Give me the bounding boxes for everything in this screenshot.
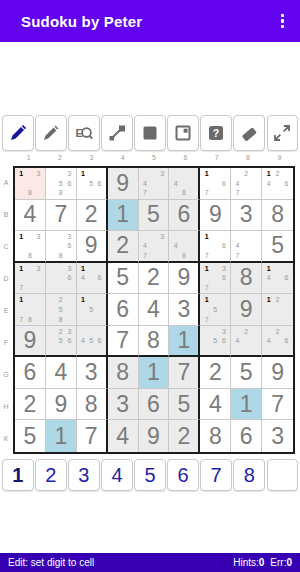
mode-text: Edit: set digit to cell (8, 557, 94, 568)
cell-C9[interactable]: 5 (262, 231, 293, 263)
pencil-marks: 167 (202, 232, 228, 260)
connected-squares-icon (107, 123, 127, 143)
pencil-mark: 7 (233, 250, 242, 259)
cell-H7[interactable]: 4 (200, 389, 231, 421)
cell-K2[interactable]: 1 (46, 420, 77, 452)
cell-value: 2 (169, 420, 198, 452)
pencil-marks: 3568 (48, 169, 74, 198)
cell-value: 8 (231, 263, 261, 294)
pencil-mark: 8 (26, 250, 35, 259)
cell-value: 8 (77, 389, 106, 420)
pencil-marks: 1367 (202, 264, 228, 293)
cell-value: 8 (139, 326, 169, 356)
app-title: Sudoku by Peter (21, 13, 275, 30)
pencil-mark: 3 (220, 264, 229, 274)
pencil-mark: 3 (158, 232, 167, 241)
cell-F2[interactable]: 2356 (46, 326, 77, 358)
cell-value: 2 (15, 389, 45, 420)
pencil-mark: 6 (282, 273, 291, 283)
col-label-6: 6 (170, 152, 201, 164)
pencil-mark: 7 (202, 283, 211, 293)
pencil-mark: 3 (34, 169, 43, 179)
pencil-marks: 246 (264, 327, 291, 355)
cell-value: 7 (262, 389, 293, 420)
cell-A4[interactable]: 9 (108, 168, 139, 200)
pencil-marks: 247 (233, 169, 259, 198)
cell-C2[interactable]: 368 (46, 231, 77, 263)
pencil-mark: 4 (233, 336, 242, 345)
pencil-mark: 5 (87, 179, 95, 189)
pencil-mark: 8 (26, 188, 35, 198)
cell-A7[interactable]: 167 (200, 168, 231, 200)
cell-B2[interactable]: 7 (46, 200, 77, 232)
pencil-mark: 1 (202, 295, 211, 305)
pencil-mark: 7 (17, 314, 26, 324)
status-bar: Edit: set digit to cell Hints:0 Err:0 (0, 553, 300, 572)
cell-F4[interactable]: 7 (108, 326, 139, 358)
cell-F6[interactable]: 1 (169, 326, 200, 358)
cell-F7[interactable]: 356 (200, 326, 231, 358)
cell-H5[interactable]: 6 (139, 389, 170, 421)
cell-B5[interactable]: 5 (139, 200, 170, 232)
col-label-9: 9 (264, 152, 295, 164)
sudoku-board: 1383568156934748167247124647215693813836… (13, 166, 295, 454)
cell-value: 7 (108, 326, 138, 356)
query-magnifier-icon: E (74, 123, 94, 143)
pencil-mark: 5 (87, 305, 95, 315)
pencil-mark: 8 (57, 314, 66, 324)
col-label-2: 2 (44, 152, 75, 164)
cell-value: 5 (108, 263, 138, 294)
cell-D2[interactable]: 36 (46, 263, 77, 295)
cell-D1[interactable]: 137 (15, 263, 46, 295)
cell-G7[interactable]: 2 (200, 357, 231, 389)
cell-A9[interactable]: 1246 (262, 168, 293, 200)
cell-value: 8 (200, 420, 230, 452)
cell-E3[interactable]: 15 (77, 294, 108, 326)
pencil-mark: 6 (95, 273, 103, 283)
cell-value: 8 (262, 200, 293, 231)
cell-value: 9 (200, 200, 230, 231)
digit-button-5[interactable]: 5 (134, 459, 166, 491)
cell-value: 1 (108, 200, 138, 231)
digit-button-3[interactable]: 3 (68, 459, 100, 491)
row-label-E: E (4, 307, 9, 314)
pencil-mark: 7 (141, 250, 150, 259)
pencil-mark: 6 (65, 179, 74, 189)
pencil-marks: 48 (171, 232, 196, 260)
row-label-G: G (3, 371, 8, 378)
cell-C3[interactable]: 9 (77, 231, 108, 263)
pencil-marks: 368 (48, 232, 74, 260)
cell-G8[interactable]: 5 (231, 357, 262, 389)
pencil-marks: 258 (48, 295, 74, 324)
pencil-mark: 5 (211, 305, 220, 315)
pencil-mark: 3 (65, 327, 74, 336)
row-label-B: B (4, 211, 9, 218)
cell-F3[interactable]: 456 (77, 326, 108, 358)
kebab-menu-icon[interactable] (275, 10, 290, 33)
pencil-marks: 456 (79, 327, 104, 355)
cell-value: 1 (46, 420, 76, 452)
digit-button-4[interactable]: 4 (101, 459, 133, 491)
pencil-mark: 5 (211, 336, 220, 345)
cell-E1[interactable]: 178 (15, 294, 46, 326)
pencil-mark: 8 (26, 314, 35, 324)
cell-value: 1 (169, 326, 198, 356)
digit-button-row: 12345678 (2, 459, 298, 491)
pencil-mark: 6 (220, 241, 229, 250)
cell-F9[interactable]: 246 (262, 326, 293, 358)
pencil-mark: 1 (17, 295, 26, 305)
color-tool-button[interactable] (134, 115, 166, 151)
app-bar: Sudoku by Peter (0, 0, 300, 42)
col-label-1: 1 (13, 152, 44, 164)
cell-value: 3 (231, 200, 261, 231)
cell-value: 9 (139, 420, 169, 452)
col-label-3: 3 (76, 152, 107, 164)
cell-value: 6 (231, 420, 261, 452)
cell-value: 5 (262, 231, 293, 261)
cell-value: 5 (231, 357, 261, 388)
pencil-marks: 36 (48, 264, 74, 293)
digit-button-6[interactable]: 6 (167, 459, 199, 491)
cell-D3[interactable]: 146 (77, 263, 108, 295)
cell-D8[interactable]: 8 (231, 263, 262, 295)
cell-F5[interactable]: 8 (139, 326, 170, 358)
pencil-mark: 4 (171, 241, 179, 250)
square-corner-icon (173, 123, 193, 143)
pencil-mark: 4 (141, 241, 150, 250)
cell-value: 4 (139, 294, 169, 325)
row-labels: ABCDEFGHK (0, 166, 12, 454)
cell-F8[interactable]: 24 (231, 326, 262, 358)
cell-G4[interactable]: 8 (108, 357, 139, 389)
pencil-mark: 3 (34, 232, 43, 241)
cell-value: 4 (108, 420, 138, 452)
pencil-marks: 347 (141, 169, 167, 198)
cell-E7[interactable]: 157 (200, 294, 231, 326)
pencil-mark: 3 (65, 169, 74, 179)
pen-icon (8, 123, 28, 143)
cell-G2[interactable]: 4 (46, 357, 77, 389)
row-label-F: F (4, 339, 8, 346)
digit-button-blank[interactable] (267, 459, 299, 491)
cell-value: 2 (139, 263, 169, 294)
cell-A6[interactable]: 48 (169, 168, 200, 200)
pencil-marks: 146 (79, 264, 104, 293)
pencil-mark: 4 (233, 241, 242, 250)
cell-value: 7 (46, 200, 76, 231)
cell-H3[interactable]: 8 (77, 389, 108, 421)
pencil-marks: 48 (171, 169, 196, 198)
pencil-mark: 6 (220, 336, 229, 345)
cell-G6[interactable]: 7 (169, 357, 200, 389)
cell-value: 9 (262, 357, 293, 388)
eraser-tool-button[interactable] (233, 115, 265, 151)
cell-B1[interactable]: 4 (15, 200, 46, 232)
cell-A8[interactable]: 247 (231, 168, 262, 200)
cell-value: 1 (231, 389, 261, 420)
cell-C6[interactable]: 48 (169, 231, 200, 263)
pencil-mark: 8 (180, 250, 188, 259)
pencil-mark: 7 (141, 188, 150, 198)
hints-value: 0 (259, 557, 265, 568)
pencil-marks: 138 (17, 232, 43, 260)
pencil-mark: 6 (95, 179, 103, 189)
pencil-mark: 5 (57, 336, 66, 345)
pencil-mark: 5 (57, 305, 66, 315)
cell-value: 4 (46, 357, 76, 388)
cell-K9[interactable]: 3 (262, 420, 293, 452)
eraser-icon (239, 123, 259, 143)
col-label-5: 5 (138, 152, 169, 164)
cell-value: 4 (15, 200, 45, 231)
cell-C1[interactable]: 138 (15, 231, 46, 263)
cell-value: 9 (108, 168, 138, 199)
row-label-H: H (3, 403, 8, 410)
pencil-mark: 6 (220, 273, 229, 283)
pencil-marks: 146 (264, 264, 291, 293)
cell-E2[interactable]: 258 (46, 294, 77, 326)
pencil-mark: 3 (220, 327, 229, 336)
cell-G5[interactable]: 1 (139, 357, 170, 389)
cell-value: 6 (15, 357, 45, 388)
cell-B4[interactable]: 1 (108, 200, 139, 232)
cell-G3[interactable]: 3 (77, 357, 108, 389)
pencil-mark: 6 (282, 336, 291, 345)
cell-K5[interactable]: 9 (139, 420, 170, 452)
pencil-mark: 1 (79, 295, 87, 305)
err-value: 0 (286, 557, 292, 568)
row-label-A: A (4, 179, 9, 186)
pencil-mark: 2 (57, 295, 66, 305)
cell-E5[interactable]: 4 (139, 294, 170, 326)
cell-A3[interactable]: 156 (77, 168, 108, 200)
pencil-mark: 7 (233, 188, 242, 198)
pencil-marks: 356 (202, 327, 228, 355)
pencil-tool-button[interactable] (35, 115, 67, 151)
cell-value: 6 (139, 389, 169, 420)
cell-H1[interactable]: 2 (15, 389, 46, 421)
cell-K4[interactable]: 4 (108, 420, 139, 452)
pencil-mark: 1 (264, 295, 273, 305)
svg-text:?: ? (213, 127, 219, 139)
pencil-mark: 6 (220, 179, 229, 189)
pen-tool-button[interactable] (2, 115, 34, 151)
pencil-mark: 1 (17, 232, 26, 241)
pencil-marks: 157 (202, 295, 228, 324)
digit-button-8[interactable]: 8 (233, 459, 265, 491)
pencil-marks: 24 (233, 327, 259, 355)
pencil-mark: 5 (87, 336, 95, 345)
help-icon: ? (206, 123, 226, 143)
cell-H2[interactable]: 9 (46, 389, 77, 421)
pencil-marks: 47 (233, 232, 259, 260)
cell-K1[interactable]: 5 (15, 420, 46, 452)
cell-value: 9 (77, 231, 106, 261)
pencil-mark: 6 (65, 336, 74, 345)
cell-value: 7 (169, 357, 198, 388)
toolbar: E ? (2, 115, 298, 151)
cell-value: 7 (77, 420, 106, 452)
pencil-mark: 1 (17, 264, 26, 274)
cell-value: 9 (15, 326, 45, 356)
cell-K7[interactable]: 8 (200, 420, 231, 452)
cell-B6[interactable]: 6 (169, 200, 200, 232)
pencil-mark: 8 (57, 188, 66, 198)
query-tool-button[interactable]: E (68, 115, 100, 151)
pencil-mark: 4 (141, 179, 150, 189)
pencil-marks: 12 (264, 295, 291, 324)
cell-value: 6 (169, 200, 198, 231)
cell-value: 9 (46, 389, 76, 420)
cell-value: 5 (15, 420, 45, 452)
cell-H9[interactable]: 7 (262, 389, 293, 421)
cell-H6[interactable]: 5 (169, 389, 200, 421)
cell-value: 1 (139, 357, 169, 388)
pencil-mark: 5 (57, 179, 66, 189)
cell-F1[interactable]: 9 (15, 326, 46, 358)
pencil-mark: 1 (264, 169, 273, 179)
pencil-mark: 8 (180, 188, 188, 198)
expand-icon (272, 123, 292, 143)
cell-D7[interactable]: 1367 (200, 263, 231, 295)
cell-H4[interactable]: 3 (108, 389, 139, 421)
pencil-mark: 1 (202, 169, 211, 179)
pencil-mark: 2 (242, 169, 251, 179)
hints-label: Hints: (233, 557, 259, 568)
cell-A5[interactable]: 347 (139, 168, 170, 200)
digit-button-1[interactable]: 1 (2, 459, 34, 491)
pencil-mark: 1 (264, 264, 273, 274)
pencil-mark: 2 (273, 295, 282, 305)
pencil-mark: 3 (65, 232, 74, 241)
pencil-mark: 1 (202, 232, 211, 241)
pencil-mark: 2 (57, 327, 66, 336)
cell-C5[interactable]: 347 (139, 231, 170, 263)
col-label-4: 4 (107, 152, 138, 164)
pencil-marks: 15 (79, 295, 104, 324)
pencil-mark: 7 (202, 250, 211, 259)
row-label-D: D (3, 275, 8, 282)
pencil-mark: 3 (34, 264, 43, 274)
digit-button-7[interactable]: 7 (200, 459, 232, 491)
pencil-marks: 2356 (48, 327, 74, 355)
cell-C8[interactable]: 47 (231, 231, 262, 263)
pencil-mark: 4 (264, 179, 273, 189)
filled-square-icon (140, 123, 160, 143)
pencil-mark: 1 (79, 264, 87, 274)
col-label-8: 8 (232, 152, 263, 164)
app-screen: Sudoku by Peter E (0, 0, 300, 572)
pencil-mark: 1 (202, 264, 211, 274)
cell-value: 6 (108, 294, 138, 325)
cell-C4[interactable]: 2 (108, 231, 139, 263)
pencil-mark: 3 (65, 264, 74, 274)
cell-B7[interactable]: 9 (200, 200, 231, 232)
pencil-marks: 347 (141, 232, 167, 260)
pencil-mark: 4 (264, 273, 273, 283)
digit-button-2[interactable]: 2 (35, 459, 67, 491)
pencil-mark: 8 (57, 250, 66, 259)
cell-A1[interactable]: 138 (15, 168, 46, 200)
pencil-mark: 1 (17, 169, 26, 179)
cell-B8[interactable]: 3 (231, 200, 262, 232)
cell-value: 2 (200, 357, 230, 388)
pencil-mark: 2 (273, 169, 282, 179)
cell-value: 2 (77, 200, 106, 231)
cell-value: 3 (108, 389, 138, 420)
cell-value: 5 (139, 200, 169, 231)
pencil-mark: 4 (264, 336, 273, 345)
cell-value: 5 (169, 389, 198, 420)
pencil-marks: 137 (17, 264, 43, 293)
pencil-mark: 7 (202, 188, 211, 198)
pencil-mark: 2 (242, 327, 251, 336)
cell-C7[interactable]: 167 (200, 231, 231, 263)
pencil-mark: 3 (158, 169, 167, 179)
pencil-mark: 2 (273, 327, 282, 336)
cell-value: 2 (108, 231, 138, 261)
cell-value: 3 (169, 294, 198, 325)
pencil-marks: 156 (79, 169, 104, 198)
cell-D6[interactable]: 9 (169, 263, 200, 295)
expand-tool-button[interactable] (267, 115, 299, 151)
cell-value: 4 (200, 389, 230, 420)
cell-E9[interactable]: 12 (262, 294, 293, 326)
pencil-mark: 4 (233, 179, 242, 189)
cell-K8[interactable]: 6 (231, 420, 262, 452)
cell-G9[interactable]: 9 (262, 357, 293, 389)
pencil-mark: 4 (79, 273, 87, 283)
chain-tool-button[interactable] (101, 115, 133, 151)
region-tool-button[interactable] (167, 115, 199, 151)
pencil-marks: 178 (17, 295, 43, 324)
cell-E4[interactable]: 6 (108, 294, 139, 326)
pencil-icon (41, 123, 61, 143)
column-labels: 123456789 (13, 152, 295, 164)
pencil-mark: 6 (282, 179, 291, 189)
cell-H8[interactable]: 1 (231, 389, 262, 421)
cell-D9[interactable]: 146 (262, 263, 293, 295)
cell-B3[interactable]: 2 (77, 200, 108, 232)
cell-D4[interactable]: 5 (108, 263, 139, 295)
cell-K3[interactable]: 7 (77, 420, 108, 452)
pencil-mark: 6 (65, 273, 74, 283)
cell-value: 3 (77, 357, 106, 388)
pencil-mark: 7 (202, 314, 211, 324)
cell-value: 8 (108, 357, 138, 388)
cell-E6[interactable]: 3 (169, 294, 200, 326)
row-label-K: K (4, 435, 9, 442)
pencil-marks: 167 (202, 169, 228, 198)
cell-value: 9 (169, 263, 198, 294)
pencil-mark: 7 (17, 283, 26, 293)
col-label-7: 7 (201, 152, 232, 164)
pencil-mark: 4 (79, 336, 87, 345)
cell-D5[interactable]: 2 (139, 263, 170, 295)
cell-B9[interactable]: 8 (262, 200, 293, 232)
counters: Hints:0 Err:0 (233, 557, 292, 568)
pencil-marks: 138 (17, 169, 43, 198)
cell-A2[interactable]: 3568 (46, 168, 77, 200)
cell-K6[interactable]: 2 (169, 420, 200, 452)
cell-E8[interactable]: 9 (231, 294, 262, 326)
pencil-mark: 6 (95, 336, 103, 345)
help-tool-button[interactable]: ? (200, 115, 232, 151)
cell-G1[interactable]: 6 (15, 357, 46, 389)
